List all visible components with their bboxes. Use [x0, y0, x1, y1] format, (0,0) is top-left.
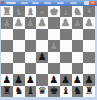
- chess-piece-p[interactable]: ♟: [85, 18, 94, 28]
- board-square-c8[interactable]: ♝: [25, 6, 37, 17]
- board-square-c1[interactable]: ♝: [25, 86, 37, 97]
- board-square-h8[interactable]: ♜: [83, 6, 95, 17]
- chess-piece-P[interactable]: ♟: [61, 75, 70, 85]
- chess-piece-k[interactable]: ♚: [49, 7, 58, 17]
- board-square-c6[interactable]: [25, 29, 37, 40]
- board-square-d4[interactable]: ♟: [36, 52, 48, 63]
- board-square-f2[interactable]: ♟: [60, 74, 72, 85]
- chess-piece-r[interactable]: ♜: [85, 7, 94, 17]
- chess-piece-P[interactable]: ♟: [2, 75, 11, 85]
- board-square-g3[interactable]: [72, 63, 84, 74]
- board-square-e5[interactable]: ♟: [48, 40, 60, 51]
- board-square-f4[interactable]: [60, 52, 72, 63]
- chess-piece-P[interactable]: ♟: [14, 75, 23, 85]
- board-square-h2[interactable]: ♟: [83, 74, 95, 85]
- chess-piece-P[interactable]: ♟: [73, 75, 82, 85]
- board-square-f6[interactable]: [60, 29, 72, 40]
- board-square-h1[interactable]: ♜: [83, 86, 95, 97]
- chess-piece-p[interactable]: ♟: [49, 41, 58, 51]
- chess-piece-N[interactable]: ♞: [73, 86, 82, 96]
- chess-piece-B[interactable]: ♝: [61, 86, 70, 96]
- board-square-d8[interactable]: ♛: [36, 6, 48, 17]
- board-square-d7[interactable]: ♟: [36, 17, 48, 28]
- board-square-h4[interactable]: [83, 52, 95, 63]
- board-square-h5[interactable]: [83, 40, 95, 51]
- board-square-a3[interactable]: [1, 63, 13, 74]
- board-square-g5[interactable]: [72, 40, 84, 51]
- board-square-h6[interactable]: [83, 29, 95, 40]
- chess-piece-b[interactable]: ♝: [26, 7, 35, 17]
- board-square-b5[interactable]: [13, 40, 25, 51]
- board-square-b8[interactable]: ♞: [13, 6, 25, 17]
- chess-piece-P[interactable]: ♟: [26, 75, 35, 85]
- board-square-g1[interactable]: ♞: [72, 86, 84, 97]
- board-square-e2[interactable]: ♟: [48, 74, 60, 85]
- board-square-g4[interactable]: [72, 52, 84, 63]
- chess-board: ♜♞♝♛♚♝♞♜♟♟♟♟♟♟♟♟♟♟♟♟♟♟♟♟♜♞♝♛♚♝♞♜: [1, 6, 95, 97]
- chess-piece-P[interactable]: ♟: [38, 52, 47, 62]
- chess-piece-p[interactable]: ♟: [2, 18, 11, 28]
- board-square-g2[interactable]: ♟: [72, 74, 84, 85]
- chess-piece-n[interactable]: ♞: [73, 7, 82, 17]
- menu-item-blob[interactable]: [21, 2, 28, 4]
- chess-piece-r[interactable]: ♜: [2, 7, 11, 17]
- chess-piece-p[interactable]: ♟: [38, 18, 47, 28]
- board-square-a5[interactable]: [1, 40, 13, 51]
- board-square-d1[interactable]: ♛: [36, 86, 48, 97]
- board-square-f1[interactable]: ♝: [60, 86, 72, 97]
- chess-piece-b[interactable]: ♝: [61, 7, 70, 17]
- chess-piece-R[interactable]: ♜: [85, 86, 94, 96]
- menu-item-blob[interactable]: [44, 2, 51, 4]
- chess-piece-P[interactable]: ♟: [49, 75, 58, 85]
- menu-item-blob[interactable]: [32, 2, 39, 4]
- app-icon: [1, 1, 4, 4]
- board-square-b7[interactable]: ♟: [13, 17, 25, 28]
- board-square-a4[interactable]: [1, 52, 13, 63]
- board-square-e7[interactable]: [48, 17, 60, 28]
- chess-piece-K[interactable]: ♚: [49, 86, 58, 96]
- board-square-c2[interactable]: ♟: [25, 74, 37, 85]
- board-square-a8[interactable]: ♜: [1, 6, 13, 17]
- board-square-d2[interactable]: [36, 74, 48, 85]
- chess-piece-n[interactable]: ♞: [14, 7, 23, 17]
- board-square-g6[interactable]: [72, 29, 84, 40]
- chess-piece-R[interactable]: ♜: [2, 86, 11, 96]
- chess-piece-P[interactable]: ♟: [85, 75, 94, 85]
- board-square-f8[interactable]: ♝: [60, 6, 72, 17]
- board-square-e1[interactable]: ♚: [48, 86, 60, 97]
- chess-piece-p[interactable]: ♟: [26, 18, 35, 28]
- chess-piece-q[interactable]: ♛: [38, 7, 47, 17]
- board-square-c3[interactable]: [25, 63, 37, 74]
- close-button[interactable]: ×: [90, 1, 96, 5]
- chess-piece-N[interactable]: ♞: [14, 86, 23, 96]
- board-square-b3[interactable]: [13, 63, 25, 74]
- board-square-c4[interactable]: [25, 52, 37, 63]
- board-square-g8[interactable]: ♞: [72, 6, 84, 17]
- board-square-d6[interactable]: [36, 29, 48, 40]
- board-square-d5[interactable]: [36, 40, 48, 51]
- board-square-e8[interactable]: ♚: [48, 6, 60, 17]
- board-square-f3[interactable]: [60, 63, 72, 74]
- board-square-a6[interactable]: [1, 29, 13, 40]
- board-square-b2[interactable]: ♟: [13, 74, 25, 85]
- board-square-e4[interactable]: [48, 52, 60, 63]
- chess-piece-p[interactable]: ♟: [73, 18, 82, 28]
- menu-item-blob[interactable]: [57, 2, 64, 4]
- board-square-c5[interactable]: [25, 40, 37, 51]
- chess-piece-B[interactable]: ♝: [26, 86, 35, 96]
- board-square-b6[interactable]: [13, 29, 25, 40]
- menu-item-blob[interactable]: [70, 2, 77, 4]
- board-square-a1[interactable]: ♜: [1, 86, 13, 97]
- window-title: [6, 2, 16, 4]
- board-square-f5[interactable]: [60, 40, 72, 51]
- board-square-c7[interactable]: ♟: [25, 17, 37, 28]
- board-square-a2[interactable]: ♟: [1, 74, 13, 85]
- board-square-h3[interactable]: [83, 63, 95, 74]
- board-square-d3[interactable]: [36, 63, 48, 74]
- chess-piece-p[interactable]: ♟: [14, 18, 23, 28]
- maximize-button[interactable]: [84, 1, 89, 5]
- chess-piece-p[interactable]: ♟: [61, 18, 70, 28]
- board-square-a7[interactable]: ♟: [1, 17, 13, 28]
- chess-app-window: × ♜♞♝♛♚♝♞♜♟♟♟♟♟♟♟♟♟♟♟♟♟♟♟♟♜♞♝♛♚♝♞♜: [0, 0, 97, 100]
- board-square-h7[interactable]: ♟: [83, 17, 95, 28]
- board-square-f7[interactable]: ♟: [60, 17, 72, 28]
- chess-piece-Q[interactable]: ♛: [38, 86, 47, 96]
- board-square-e6[interactable]: [48, 29, 60, 40]
- board-square-b1[interactable]: ♞: [13, 86, 25, 97]
- board-square-g7[interactable]: ♟: [72, 17, 84, 28]
- board-square-e3[interactable]: [48, 63, 60, 74]
- board-square-b4[interactable]: [13, 52, 25, 63]
